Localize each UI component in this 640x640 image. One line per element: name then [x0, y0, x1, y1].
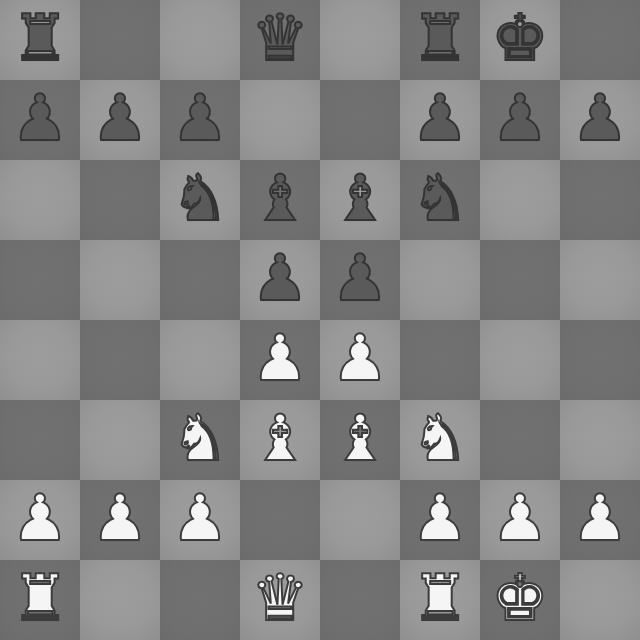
square-a4[interactable]: [0, 320, 80, 400]
square-g8[interactable]: ♚: [480, 0, 560, 80]
square-b6[interactable]: [80, 160, 160, 240]
black-pawn-icon[interactable]: ♟: [571, 78, 628, 158]
white-pawn-icon[interactable]: ♟: [411, 478, 468, 558]
black-rook-icon[interactable]: ♜: [411, 0, 468, 78]
white-bishop-icon[interactable]: ♝: [331, 398, 388, 478]
square-g7[interactable]: ♟: [480, 80, 560, 160]
square-c2[interactable]: ♟: [160, 480, 240, 560]
square-c6[interactable]: ♞: [160, 160, 240, 240]
black-pawn-icon[interactable]: ♟: [11, 78, 68, 158]
square-e7[interactable]: [320, 80, 400, 160]
black-pawn-icon[interactable]: ♟: [251, 238, 308, 318]
square-d6[interactable]: ♝: [240, 160, 320, 240]
square-c8[interactable]: [160, 0, 240, 80]
black-pawn-icon[interactable]: ♟: [411, 78, 468, 158]
square-h8[interactable]: [560, 0, 640, 80]
square-b4[interactable]: [80, 320, 160, 400]
square-e3[interactable]: ♝: [320, 400, 400, 480]
white-queen-icon[interactable]: ♛: [251, 558, 308, 638]
black-king-icon[interactable]: ♚: [491, 0, 548, 78]
square-f5[interactable]: [400, 240, 480, 320]
square-h6[interactable]: [560, 160, 640, 240]
square-g2[interactable]: ♟: [480, 480, 560, 560]
square-g1[interactable]: ♚: [480, 560, 560, 640]
square-g5[interactable]: [480, 240, 560, 320]
square-h1[interactable]: [560, 560, 640, 640]
square-c7[interactable]: ♟: [160, 80, 240, 160]
black-bishop-icon[interactable]: ♝: [251, 158, 308, 238]
square-e4[interactable]: ♟: [320, 320, 400, 400]
black-bishop-icon[interactable]: ♝: [331, 158, 388, 238]
square-b8[interactable]: [80, 0, 160, 80]
white-pawn-icon[interactable]: ♟: [331, 318, 388, 398]
square-a1[interactable]: ♜: [0, 560, 80, 640]
white-pawn-icon[interactable]: ♟: [11, 478, 68, 558]
black-knight-icon[interactable]: ♞: [171, 158, 228, 238]
white-rook-icon[interactable]: ♜: [11, 558, 68, 638]
square-g3[interactable]: [480, 400, 560, 480]
square-h7[interactable]: ♟: [560, 80, 640, 160]
square-f4[interactable]: [400, 320, 480, 400]
square-a5[interactable]: [0, 240, 80, 320]
square-d1[interactable]: ♛: [240, 560, 320, 640]
chess-board: ♜♛♜♚♟♟♟♟♟♟♞♝♝♞♟♟♟♟♞♝♝♞♟♟♟♟♟♟♜♛♜♚: [0, 0, 640, 640]
black-pawn-icon[interactable]: ♟: [91, 78, 148, 158]
square-c4[interactable]: [160, 320, 240, 400]
white-king-icon[interactable]: ♚: [491, 558, 548, 638]
black-rook-icon[interactable]: ♜: [11, 0, 68, 78]
white-knight-icon[interactable]: ♞: [411, 398, 468, 478]
square-g6[interactable]: [480, 160, 560, 240]
square-a7[interactable]: ♟: [0, 80, 80, 160]
black-pawn-icon[interactable]: ♟: [491, 78, 548, 158]
white-pawn-icon[interactable]: ♟: [491, 478, 548, 558]
square-h2[interactable]: ♟: [560, 480, 640, 560]
square-a8[interactable]: ♜: [0, 0, 80, 80]
square-f2[interactable]: ♟: [400, 480, 480, 560]
square-b5[interactable]: [80, 240, 160, 320]
square-f8[interactable]: ♜: [400, 0, 480, 80]
square-d2[interactable]: [240, 480, 320, 560]
black-queen-icon[interactable]: ♛: [251, 0, 308, 78]
white-pawn-icon[interactable]: ♟: [251, 318, 308, 398]
square-c3[interactable]: ♞: [160, 400, 240, 480]
square-a6[interactable]: [0, 160, 80, 240]
square-f3[interactable]: ♞: [400, 400, 480, 480]
square-c5[interactable]: [160, 240, 240, 320]
white-rook-icon[interactable]: ♜: [411, 558, 468, 638]
square-e2[interactable]: [320, 480, 400, 560]
square-a2[interactable]: ♟: [0, 480, 80, 560]
square-d4[interactable]: ♟: [240, 320, 320, 400]
square-f6[interactable]: ♞: [400, 160, 480, 240]
square-b3[interactable]: [80, 400, 160, 480]
square-h5[interactable]: [560, 240, 640, 320]
white-pawn-icon[interactable]: ♟: [171, 478, 228, 558]
square-e5[interactable]: ♟: [320, 240, 400, 320]
square-a3[interactable]: [0, 400, 80, 480]
black-pawn-icon[interactable]: ♟: [331, 238, 388, 318]
square-d3[interactable]: ♝: [240, 400, 320, 480]
white-pawn-icon[interactable]: ♟: [571, 478, 628, 558]
square-f1[interactable]: ♜: [400, 560, 480, 640]
black-pawn-icon[interactable]: ♟: [171, 78, 228, 158]
white-pawn-icon[interactable]: ♟: [91, 478, 148, 558]
square-b2[interactable]: ♟: [80, 480, 160, 560]
square-h4[interactable]: [560, 320, 640, 400]
square-b1[interactable]: [80, 560, 160, 640]
white-knight-icon[interactable]: ♞: [171, 398, 228, 478]
square-h3[interactable]: [560, 400, 640, 480]
square-e8[interactable]: [320, 0, 400, 80]
black-knight-icon[interactable]: ♞: [411, 158, 468, 238]
square-d8[interactable]: ♛: [240, 0, 320, 80]
square-g4[interactable]: [480, 320, 560, 400]
square-f7[interactable]: ♟: [400, 80, 480, 160]
square-e1[interactable]: [320, 560, 400, 640]
square-c1[interactable]: [160, 560, 240, 640]
white-bishop-icon[interactable]: ♝: [251, 398, 308, 478]
square-d7[interactable]: [240, 80, 320, 160]
square-d5[interactable]: ♟: [240, 240, 320, 320]
square-b7[interactable]: ♟: [80, 80, 160, 160]
square-e6[interactable]: ♝: [320, 160, 400, 240]
